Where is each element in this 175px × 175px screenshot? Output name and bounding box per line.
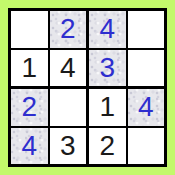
cell-r1c1[interactable]	[11, 11, 48, 48]
cell-r1c3[interactable]: 4	[89, 11, 126, 48]
cell-r4c4[interactable]	[128, 128, 165, 165]
entered-number: 4	[60, 54, 76, 82]
given-number: 4	[21, 132, 37, 160]
entered-number: 3	[60, 132, 76, 160]
given-number: 4	[99, 15, 115, 43]
box-2-2: 142	[89, 89, 164, 164]
box-2-1: 243	[11, 89, 86, 164]
given-number: 2	[21, 93, 37, 121]
cell-r3c3[interactable]: 1	[89, 89, 126, 126]
cell-r2c2[interactable]: 4	[50, 50, 87, 87]
cell-r3c2[interactable]	[50, 89, 87, 126]
sudoku-board: 21443243142	[8, 8, 167, 167]
cell-r4c1[interactable]: 4	[11, 128, 48, 165]
box-1-2: 43	[89, 11, 164, 86]
entered-number: 1	[99, 93, 115, 121]
cell-r1c4[interactable]	[128, 11, 165, 48]
cell-r3c4[interactable]: 4	[128, 89, 165, 126]
cell-r4c2[interactable]: 3	[50, 128, 87, 165]
box-1-1: 214	[11, 11, 86, 86]
cell-r2c4[interactable]	[128, 50, 165, 87]
cell-r1c2[interactable]: 2	[50, 11, 87, 48]
cell-r2c3[interactable]: 3	[89, 50, 126, 87]
cell-r4c3[interactable]: 2	[89, 128, 126, 165]
cell-r2c1[interactable]: 1	[11, 50, 48, 87]
entered-number: 2	[99, 132, 115, 160]
entered-number: 1	[21, 54, 37, 82]
given-number: 2	[60, 15, 76, 43]
cell-r3c1[interactable]: 2	[11, 89, 48, 126]
given-number: 4	[138, 93, 154, 121]
given-number: 3	[99, 54, 115, 82]
